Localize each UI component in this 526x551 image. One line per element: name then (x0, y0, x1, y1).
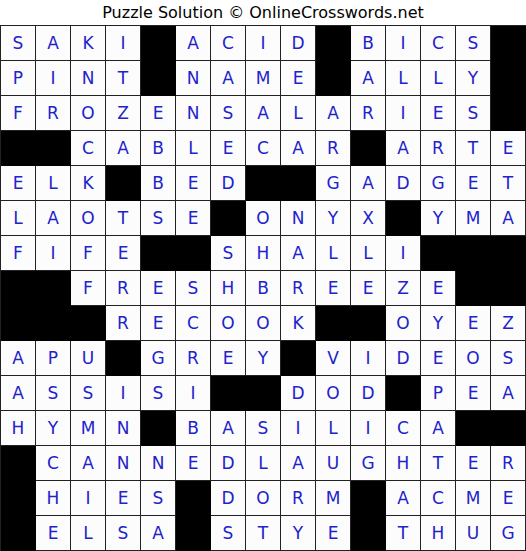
letter-cell: H (36, 481, 71, 516)
black-cell (316, 61, 351, 96)
letter-cell: R (281, 481, 316, 516)
black-cell (351, 481, 386, 516)
letter-cell: I (36, 236, 71, 271)
letter-cell: T (246, 516, 281, 551)
letter-cell: N (71, 61, 106, 96)
letter-cell: N (106, 446, 141, 481)
black-cell (491, 96, 526, 131)
letter-cell: N (141, 446, 176, 481)
letter-cell: P (36, 341, 71, 376)
letter-cell: R (351, 96, 386, 131)
letter-cell: R (316, 131, 351, 166)
letter-cell: N (176, 96, 211, 131)
letter-cell: I (351, 411, 386, 446)
letter-cell: S (211, 516, 246, 551)
letter-cell: X (351, 201, 386, 236)
letter-cell: S (141, 201, 176, 236)
letter-cell: P (1, 61, 36, 96)
black-cell (1, 481, 36, 516)
letter-cell: O (246, 306, 281, 341)
letter-cell: Y (281, 516, 316, 551)
letter-cell: O (246, 201, 281, 236)
letter-cell: E (36, 516, 71, 551)
letter-cell: M (71, 411, 106, 446)
letter-cell: S (141, 481, 176, 516)
letter-cell: E (176, 201, 211, 236)
letter-cell: A (1, 341, 36, 376)
letter-cell: N (281, 201, 316, 236)
letter-cell: T (456, 131, 491, 166)
letter-cell: I (386, 26, 421, 61)
letter-cell: S (176, 271, 211, 306)
letter-cell: B (141, 166, 176, 201)
letter-cell: M (456, 481, 491, 516)
letter-cell: D (281, 376, 316, 411)
letter-cell: F (1, 236, 36, 271)
letter-cell: L (386, 61, 421, 96)
black-cell (491, 61, 526, 96)
black-cell (1, 131, 36, 166)
letter-cell: A (386, 131, 421, 166)
letter-cell: G (491, 516, 526, 551)
letter-cell: E (281, 61, 316, 96)
letter-cell: S (456, 26, 491, 61)
letter-cell: A (491, 201, 526, 236)
letter-cell: S (491, 341, 526, 376)
black-cell (421, 236, 456, 271)
black-cell (211, 376, 246, 411)
letter-cell: S (71, 376, 106, 411)
letter-cell: E (351, 271, 386, 306)
letter-cell: L (316, 411, 351, 446)
letter-cell: F (71, 236, 106, 271)
black-cell (491, 236, 526, 271)
letter-cell: E (141, 306, 176, 341)
letter-cell: S (211, 236, 246, 271)
letter-cell: A (141, 516, 176, 551)
letter-cell: I (386, 96, 421, 131)
letter-cell: T (106, 61, 141, 96)
black-cell (456, 236, 491, 271)
black-cell (386, 376, 421, 411)
letter-cell: I (71, 481, 106, 516)
letter-cell: L (71, 516, 106, 551)
letter-cell: R (36, 96, 71, 131)
letter-cell: I (351, 341, 386, 376)
letter-cell: D (211, 166, 246, 201)
black-cell (71, 306, 106, 341)
letter-cell: D (281, 26, 316, 61)
black-cell (106, 341, 141, 376)
black-cell (351, 306, 386, 341)
letter-cell: Y (36, 411, 71, 446)
letter-cell: G (421, 166, 456, 201)
black-cell (1, 306, 36, 341)
letter-cell: E (106, 236, 141, 271)
letter-cell: A (71, 446, 106, 481)
letter-cell: R (421, 131, 456, 166)
black-cell (1, 446, 36, 481)
letter-cell: R (491, 446, 526, 481)
letter-cell: E (456, 306, 491, 341)
letter-cell: Y (246, 341, 281, 376)
black-cell (351, 516, 386, 551)
letter-cell: R (176, 341, 211, 376)
letter-cell: E (421, 96, 456, 131)
letter-cell: S (456, 96, 491, 131)
letter-cell: K (71, 166, 106, 201)
letter-cell: A (316, 96, 351, 131)
letter-cell: S (1, 26, 36, 61)
black-cell (36, 131, 71, 166)
black-cell (456, 411, 491, 446)
letter-cell: R (281, 271, 316, 306)
letter-cell: D (386, 341, 421, 376)
letter-cell: K (71, 26, 106, 61)
letter-cell: D (211, 446, 246, 481)
black-cell (211, 201, 246, 236)
letter-cell: C (421, 481, 456, 516)
letter-cell: C (211, 26, 246, 61)
letter-cell: S (141, 376, 176, 411)
letter-cell: Y (316, 201, 351, 236)
letter-cell: A (106, 131, 141, 166)
letter-cell: C (246, 131, 281, 166)
letter-cell: A (386, 481, 421, 516)
black-cell (316, 26, 351, 61)
letter-cell: F (71, 271, 106, 306)
letter-cell: E (491, 131, 526, 166)
black-cell (141, 236, 176, 271)
letter-cell: E (316, 516, 351, 551)
letter-cell: I (106, 376, 141, 411)
black-cell (1, 516, 36, 551)
letter-cell: E (1, 166, 36, 201)
letter-cell: A (351, 61, 386, 96)
letter-cell: H (386, 446, 421, 481)
letter-cell: A (36, 201, 71, 236)
letter-cell: O (246, 481, 281, 516)
letter-cell: L (281, 96, 316, 131)
letter-cell: K (281, 306, 316, 341)
black-cell (141, 61, 176, 96)
letter-cell: L (176, 131, 211, 166)
letter-cell: E (211, 341, 246, 376)
letter-cell: E (456, 376, 491, 411)
letter-cell: I (106, 26, 141, 61)
letter-cell: L (36, 166, 71, 201)
letter-cell: A (36, 26, 71, 61)
letter-cell: G (351, 446, 386, 481)
letter-cell: A (176, 26, 211, 61)
letter-cell: B (141, 131, 176, 166)
letter-cell: N (106, 411, 141, 446)
letter-cell: B (351, 26, 386, 61)
letter-cell: A (246, 96, 281, 131)
letter-cell: E (316, 271, 351, 306)
letter-cell: A (281, 236, 316, 271)
letter-cell: F (1, 96, 36, 131)
letter-cell: C (386, 411, 421, 446)
letter-cell: L (246, 446, 281, 481)
black-cell (176, 481, 211, 516)
letter-cell: S (211, 96, 246, 131)
black-cell (176, 516, 211, 551)
letter-cell: L (421, 61, 456, 96)
letter-cell: A (1, 376, 36, 411)
letter-cell: B (176, 411, 211, 446)
black-cell (176, 236, 211, 271)
letter-cell: B (246, 271, 281, 306)
letter-cell: H (246, 236, 281, 271)
letter-cell: O (456, 341, 491, 376)
letter-cell: O (71, 96, 106, 131)
letter-cell: L (351, 236, 386, 271)
letter-cell: G (141, 341, 176, 376)
letter-cell: C (71, 131, 106, 166)
black-cell (281, 166, 316, 201)
letter-cell: Y (421, 201, 456, 236)
letter-cell: I (176, 376, 211, 411)
letter-cell: O (211, 306, 246, 341)
letter-cell: I (246, 26, 281, 61)
letter-cell: E (211, 131, 246, 166)
black-cell (246, 166, 281, 201)
letter-cell: A (211, 411, 246, 446)
black-cell (351, 131, 386, 166)
letter-cell: U (456, 516, 491, 551)
black-cell (36, 306, 71, 341)
letter-cell: M (456, 201, 491, 236)
letter-cell: I (281, 411, 316, 446)
letter-cell: C (36, 446, 71, 481)
letter-cell: U (71, 341, 106, 376)
letter-cell: E (456, 446, 491, 481)
letter-cell: T (106, 201, 141, 236)
black-cell (491, 271, 526, 306)
letter-cell: S (36, 376, 71, 411)
letter-cell: V (316, 341, 351, 376)
black-cell (36, 271, 71, 306)
letter-cell: C (421, 26, 456, 61)
letter-cell: E (421, 341, 456, 376)
letter-cell: A (351, 166, 386, 201)
black-cell (456, 271, 491, 306)
black-cell (386, 201, 421, 236)
letter-cell: E (456, 166, 491, 201)
letter-cell: M (316, 481, 351, 516)
letter-cell: Y (456, 61, 491, 96)
letter-cell: A (281, 131, 316, 166)
black-cell (246, 376, 281, 411)
black-cell (491, 411, 526, 446)
black-cell (491, 26, 526, 61)
black-cell (1, 271, 36, 306)
letter-cell: U (316, 446, 351, 481)
letter-cell: P (421, 376, 456, 411)
black-cell (281, 341, 316, 376)
letter-cell: T (421, 446, 456, 481)
letter-cell: Z (386, 271, 421, 306)
letter-cell: E (421, 271, 456, 306)
black-cell (141, 26, 176, 61)
letter-cell: A (421, 411, 456, 446)
letter-cell: R (106, 306, 141, 341)
letter-cell: E (141, 96, 176, 131)
letter-cell: Z (106, 96, 141, 131)
letter-cell: Y (421, 306, 456, 341)
crossword-board: SAKIACIDBICSPINTNAMEALLYFROZENSALARIESCA… (0, 25, 526, 551)
letter-cell: E (176, 166, 211, 201)
letter-cell: E (176, 446, 211, 481)
black-cell (316, 306, 351, 341)
letter-cell: E (106, 481, 141, 516)
letter-cell: H (211, 271, 246, 306)
letter-cell: I (36, 61, 71, 96)
black-cell (141, 411, 176, 446)
letter-cell: M (246, 61, 281, 96)
letter-cell: O (71, 201, 106, 236)
letter-cell: I (386, 236, 421, 271)
letter-cell: T (491, 166, 526, 201)
letter-cell: A (211, 61, 246, 96)
letter-cell: O (386, 306, 421, 341)
letter-cell: N (176, 61, 211, 96)
letter-cell: H (421, 516, 456, 551)
page-title: Puzzle Solution © OnlineCrosswords.net (0, 0, 526, 25)
letter-cell: A (281, 446, 316, 481)
letter-cell: A (491, 376, 526, 411)
letter-cell: G (316, 166, 351, 201)
black-cell (106, 166, 141, 201)
letter-cell: S (106, 516, 141, 551)
letter-cell: S (246, 411, 281, 446)
letter-cell: E (141, 271, 176, 306)
letter-cell: R (106, 271, 141, 306)
letter-cell: D (351, 376, 386, 411)
letter-cell: O (316, 376, 351, 411)
letter-cell: L (1, 201, 36, 236)
puzzle-solution-page: Puzzle Solution © OnlineCrosswords.net S… (0, 0, 526, 551)
letter-cell: T (386, 516, 421, 551)
letter-cell: E (491, 481, 526, 516)
letter-cell: H (1, 411, 36, 446)
letter-cell: L (316, 236, 351, 271)
letter-cell: D (386, 166, 421, 201)
letter-cell: C (176, 306, 211, 341)
letter-cell: Z (491, 306, 526, 341)
letter-cell: D (211, 481, 246, 516)
